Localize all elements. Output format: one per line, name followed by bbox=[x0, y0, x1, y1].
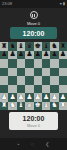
square-b2[interactable]: ♟ bbox=[8, 93, 16, 102]
square-a2[interactable]: ♟ bbox=[0, 93, 8, 102]
square-f3[interactable] bbox=[42, 85, 50, 94]
piece-white-pawn: ♟ bbox=[51, 94, 57, 101]
piece-black-pawn: ♟ bbox=[1, 51, 7, 58]
piece-black-queen: ♛ bbox=[26, 43, 32, 50]
square-a3[interactable] bbox=[0, 85, 8, 94]
android-nav-bar: ▪ ○ ❮ bbox=[0, 138, 67, 150]
status-icons: ▾ ▮ bbox=[60, 2, 65, 6]
square-f5[interactable] bbox=[42, 68, 50, 77]
square-b1[interactable]: ♞ bbox=[8, 102, 16, 111]
pause-icon bbox=[34, 14, 35, 17]
piece-black-rook: ♜ bbox=[1, 43, 7, 50]
square-c6[interactable] bbox=[17, 59, 25, 68]
pause-button[interactable] bbox=[30, 11, 38, 19]
square-g7[interactable]: ♟ bbox=[50, 51, 58, 60]
square-d5[interactable] bbox=[25, 68, 33, 77]
square-f8[interactable]: ♝ bbox=[42, 42, 50, 51]
piece-black-pawn: ♟ bbox=[26, 51, 32, 58]
home-icon[interactable]: ○ bbox=[31, 142, 34, 147]
square-g4[interactable] bbox=[50, 76, 58, 85]
square-d7[interactable]: ♟ bbox=[25, 51, 33, 60]
square-h6[interactable] bbox=[59, 59, 67, 68]
square-b6[interactable] bbox=[8, 59, 16, 68]
square-c2[interactable]: ♟ bbox=[17, 93, 25, 102]
square-f2[interactable]: ♟ bbox=[42, 93, 50, 102]
piece-white-pawn: ♟ bbox=[18, 94, 24, 101]
square-a6[interactable] bbox=[0, 59, 8, 68]
square-d2[interactable]: ♟ bbox=[25, 93, 33, 102]
square-c7[interactable]: ♟ bbox=[17, 51, 25, 60]
piece-white-pawn: ♟ bbox=[43, 94, 49, 101]
piece-black-pawn: ♟ bbox=[18, 51, 24, 58]
square-h8[interactable]: ♜ bbox=[59, 42, 67, 51]
square-g5[interactable] bbox=[50, 68, 58, 77]
recents-icon[interactable]: ▪ bbox=[18, 142, 20, 147]
piece-white-queen: ♛ bbox=[26, 102, 32, 109]
square-g8[interactable]: ♞ bbox=[50, 42, 58, 51]
opponent-move-counter: Move 0 bbox=[0, 21, 67, 26]
square-e3[interactable] bbox=[34, 85, 42, 94]
player-clock[interactable]: 120:00 Move 0 bbox=[9, 112, 58, 130]
square-a4[interactable] bbox=[0, 76, 8, 85]
piece-white-knight: ♞ bbox=[9, 102, 15, 109]
square-d4[interactable] bbox=[25, 76, 33, 85]
back-icon[interactable]: ❮ bbox=[45, 142, 49, 147]
square-b5[interactable] bbox=[8, 68, 16, 77]
piece-white-rook: ♜ bbox=[1, 102, 7, 109]
piece-white-pawn: ♟ bbox=[35, 94, 41, 101]
square-f7[interactable]: ♟ bbox=[42, 51, 50, 60]
piece-white-knight: ♞ bbox=[51, 102, 57, 109]
square-a8[interactable]: ♜ bbox=[0, 42, 8, 51]
status-bar: 23:08 ▾ ▮ bbox=[0, 0, 67, 8]
square-e8[interactable]: ♚ bbox=[34, 42, 42, 51]
player-clock-time: 120:00 bbox=[23, 115, 45, 123]
square-e5[interactable] bbox=[34, 68, 42, 77]
piece-black-pawn: ♟ bbox=[9, 51, 15, 58]
square-a7[interactable]: ♟ bbox=[0, 51, 8, 60]
square-d1[interactable]: ♛ bbox=[25, 102, 33, 111]
chess-board[interactable]: ♜♞♝♛♚♝♞♜♟♟♟♟♟♟♟♟♟♟♟♟♟♟♟♟♜♞♝♛♚♝♞♜ bbox=[0, 42, 67, 110]
square-c8[interactable]: ♝ bbox=[17, 42, 25, 51]
square-g2[interactable]: ♟ bbox=[50, 93, 58, 102]
square-f6[interactable] bbox=[42, 59, 50, 68]
square-h5[interactable] bbox=[59, 68, 67, 77]
piece-black-pawn: ♟ bbox=[43, 51, 49, 58]
piece-white-bishop: ♝ bbox=[18, 102, 24, 109]
square-g6[interactable] bbox=[50, 59, 58, 68]
square-c5[interactable] bbox=[17, 68, 25, 77]
piece-black-rook: ♜ bbox=[60, 43, 66, 50]
status-time: 23:08 bbox=[2, 2, 12, 6]
square-e4[interactable] bbox=[34, 76, 42, 85]
opponent-clock[interactable]: 120:00 bbox=[10, 27, 57, 39]
square-e7[interactable]: ♟ bbox=[34, 51, 42, 60]
square-b8[interactable]: ♞ bbox=[8, 42, 16, 51]
piece-black-pawn: ♟ bbox=[35, 51, 41, 58]
piece-black-pawn: ♟ bbox=[60, 51, 66, 58]
square-h1[interactable]: ♜ bbox=[59, 102, 67, 111]
square-c3[interactable] bbox=[17, 85, 25, 94]
square-h7[interactable]: ♟ bbox=[59, 51, 67, 60]
square-h2[interactable]: ♟ bbox=[59, 93, 67, 102]
piece-black-pawn: ♟ bbox=[51, 51, 57, 58]
piece-white-pawn: ♟ bbox=[60, 94, 66, 101]
piece-black-king: ♚ bbox=[35, 43, 41, 50]
piece-white-rook: ♜ bbox=[60, 102, 66, 109]
piece-white-pawn: ♟ bbox=[26, 94, 32, 101]
piece-white-bishop: ♝ bbox=[43, 102, 49, 109]
square-d6[interactable] bbox=[25, 59, 33, 68]
square-b3[interactable] bbox=[8, 85, 16, 94]
square-a1[interactable]: ♜ bbox=[0, 102, 8, 111]
square-d8[interactable]: ♛ bbox=[25, 42, 33, 51]
square-f1[interactable]: ♝ bbox=[42, 102, 50, 111]
battery-icon: ▮ bbox=[63, 2, 65, 6]
square-b4[interactable] bbox=[8, 76, 16, 85]
piece-black-knight: ♞ bbox=[51, 43, 57, 50]
square-e6[interactable] bbox=[34, 59, 42, 68]
square-h3[interactable] bbox=[59, 85, 67, 94]
square-c4[interactable] bbox=[17, 76, 25, 85]
square-d3[interactable] bbox=[25, 85, 33, 94]
pause-icon bbox=[32, 14, 33, 17]
header: Move 0 120:00 bbox=[0, 8, 67, 42]
square-a5[interactable] bbox=[0, 68, 8, 77]
piece-white-pawn: ♟ bbox=[1, 94, 7, 101]
square-c1[interactable]: ♝ bbox=[17, 102, 25, 111]
square-g1[interactable]: ♞ bbox=[50, 102, 58, 111]
piece-white-king: ♚ bbox=[35, 102, 41, 109]
square-h4[interactable] bbox=[59, 76, 67, 85]
square-b7[interactable]: ♟ bbox=[8, 51, 16, 60]
piece-black-knight: ♞ bbox=[9, 43, 15, 50]
piece-black-bishop: ♝ bbox=[18, 43, 24, 50]
player-move-counter: Move 0 bbox=[27, 123, 40, 128]
square-e2[interactable]: ♟ bbox=[34, 93, 42, 102]
wifi-icon: ▾ bbox=[60, 2, 62, 6]
piece-black-bishop: ♝ bbox=[43, 43, 49, 50]
square-e1[interactable]: ♚ bbox=[34, 102, 42, 111]
piece-white-pawn: ♟ bbox=[9, 94, 15, 101]
square-g3[interactable] bbox=[50, 85, 58, 94]
square-f4[interactable] bbox=[42, 76, 50, 85]
